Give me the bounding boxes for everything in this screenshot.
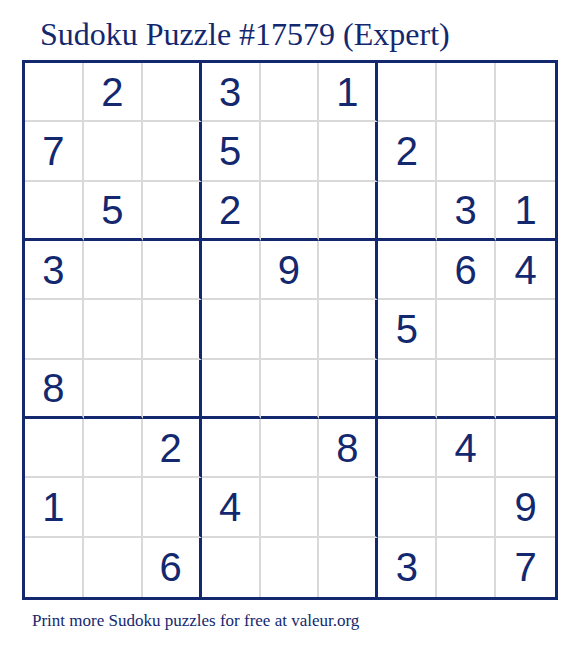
cell-r1c7[interactable] [378,63,437,122]
cell-r3c6[interactable] [319,182,378,241]
cell-r4c1[interactable]: 3 [25,241,84,300]
cell-r2c4[interactable]: 5 [202,122,261,181]
cell-r1c4[interactable]: 3 [202,63,261,122]
cell-r3c7[interactable] [378,182,437,241]
cell-r6c6[interactable] [319,360,378,419]
cell-r2c6[interactable] [319,122,378,181]
cell-r2c9[interactable] [496,122,555,181]
cell-r9c5[interactable] [261,538,320,597]
cell-r5c3[interactable] [143,300,202,359]
cell-r9c4[interactable] [202,538,261,597]
cell-r7c8[interactable]: 4 [437,419,496,478]
sudoku-grid: 2317525231396458284149637 [22,60,558,600]
cell-r5c7[interactable]: 5 [378,300,437,359]
cell-r3c8[interactable]: 3 [437,182,496,241]
cell-r8c3[interactable] [143,478,202,537]
cell-r1c1[interactable] [25,63,84,122]
cell-r6c1[interactable]: 8 [25,360,84,419]
cell-r4c6[interactable] [319,241,378,300]
cell-r4c4[interactable] [202,241,261,300]
cell-r9c2[interactable] [84,538,143,597]
cell-r3c3[interactable] [143,182,202,241]
cell-r5c8[interactable] [437,300,496,359]
cell-r8c6[interactable] [319,478,378,537]
cell-r1c2[interactable]: 2 [84,63,143,122]
cell-r4c3[interactable] [143,241,202,300]
cell-r7c3[interactable]: 2 [143,419,202,478]
cell-r4c5[interactable]: 9 [261,241,320,300]
cell-r7c4[interactable] [202,419,261,478]
cell-r9c7[interactable]: 3 [378,538,437,597]
cell-r9c3[interactable]: 6 [143,538,202,597]
puzzle-title: Sudoku Puzzle #17579 (Expert) [40,16,450,53]
cell-r1c9[interactable] [496,63,555,122]
cell-r2c5[interactable] [261,122,320,181]
cell-r8c2[interactable] [84,478,143,537]
cell-r1c6[interactable]: 1 [319,63,378,122]
footer-note: Print more Sudoku puzzles for free at va… [32,611,359,631]
cell-r5c4[interactable] [202,300,261,359]
cell-r2c8[interactable] [437,122,496,181]
cell-r8c4[interactable]: 4 [202,478,261,537]
cell-r7c6[interactable]: 8 [319,419,378,478]
cell-r8c5[interactable] [261,478,320,537]
cell-r2c1[interactable]: 7 [25,122,84,181]
cell-r3c1[interactable] [25,182,84,241]
cell-r6c8[interactable] [437,360,496,419]
cell-r6c4[interactable] [202,360,261,419]
cell-r6c7[interactable] [378,360,437,419]
cell-r4c8[interactable]: 6 [437,241,496,300]
cell-r3c2[interactable]: 5 [84,182,143,241]
cell-r7c7[interactable] [378,419,437,478]
cell-r9c9[interactable]: 7 [496,538,555,597]
cell-r5c5[interactable] [261,300,320,359]
cell-r6c9[interactable] [496,360,555,419]
cell-r3c4[interactable]: 2 [202,182,261,241]
cell-r7c1[interactable] [25,419,84,478]
cell-r9c6[interactable] [319,538,378,597]
cell-r1c3[interactable] [143,63,202,122]
cell-r2c3[interactable] [143,122,202,181]
cell-r4c9[interactable]: 4 [496,241,555,300]
cell-r7c5[interactable] [261,419,320,478]
cell-r4c7[interactable] [378,241,437,300]
cell-r8c9[interactable]: 9 [496,478,555,537]
cell-r8c1[interactable]: 1 [25,478,84,537]
cell-r5c2[interactable] [84,300,143,359]
cell-r7c2[interactable] [84,419,143,478]
cell-r8c8[interactable] [437,478,496,537]
cell-r8c7[interactable] [378,478,437,537]
cell-r2c2[interactable] [84,122,143,181]
cell-r1c8[interactable] [437,63,496,122]
cell-r9c8[interactable] [437,538,496,597]
cell-r1c5[interactable] [261,63,320,122]
cell-r2c7[interactable]: 2 [378,122,437,181]
cell-r6c2[interactable] [84,360,143,419]
cell-r7c9[interactable] [496,419,555,478]
cell-r6c5[interactable] [261,360,320,419]
cell-r3c9[interactable]: 1 [496,182,555,241]
cell-r3c5[interactable] [261,182,320,241]
cell-r6c3[interactable] [143,360,202,419]
cell-r5c6[interactable] [319,300,378,359]
cell-r9c1[interactable] [25,538,84,597]
cell-r4c2[interactable] [84,241,143,300]
cell-r5c1[interactable] [25,300,84,359]
cell-r5c9[interactable] [496,300,555,359]
